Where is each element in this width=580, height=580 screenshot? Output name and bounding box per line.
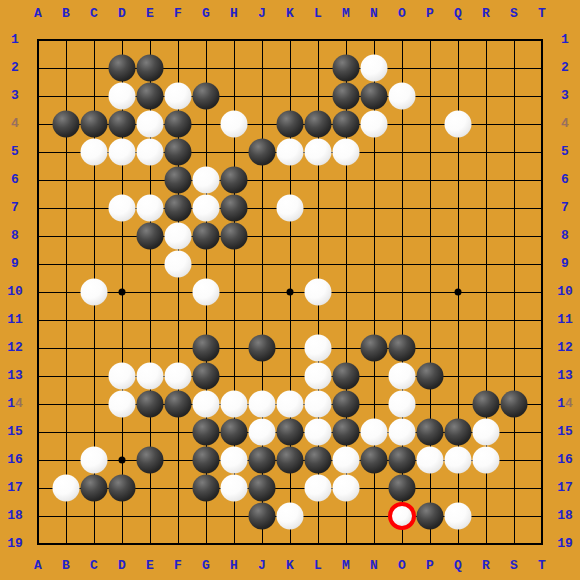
stone-black-N12: [361, 335, 388, 362]
row-label-right-11: 11: [550, 312, 580, 328]
stone-black-P13: [417, 363, 444, 390]
stone-white-M17: [333, 475, 360, 502]
row-label-right-18: 18: [550, 508, 580, 524]
stone-white-O14: [389, 391, 416, 418]
row-label-left-11: 11: [0, 312, 30, 328]
grid-vline: [514, 39, 515, 545]
stone-white-F13: [165, 363, 192, 390]
col-label-bottom-G: G: [191, 558, 221, 574]
stone-black-G13: [193, 363, 220, 390]
row-label-left-12: 12: [0, 340, 30, 356]
stone-black-K16: [277, 447, 304, 474]
stone-white-R16: [473, 447, 500, 474]
row-label-right-15: 15: [550, 424, 580, 440]
stone-white-L10: [305, 279, 332, 306]
stone-black-G17: [193, 475, 220, 502]
col-label-top-A: A: [23, 6, 53, 22]
row-label-right-8: 8: [550, 228, 580, 244]
stone-black-N16: [361, 447, 388, 474]
stone-black-C17: [81, 475, 108, 502]
col-label-bottom-S: S: [499, 558, 529, 574]
stone-white-Q18: [445, 503, 472, 530]
star-point-Q10: [455, 289, 462, 296]
stone-white-F3: [165, 83, 192, 110]
row-label-left-9: 9: [0, 256, 30, 272]
col-label-bottom-Q: Q: [443, 558, 473, 574]
row-label-left-3: 3: [0, 88, 30, 104]
stone-black-M4: [333, 111, 360, 138]
stone-black-F5: [165, 139, 192, 166]
stone-black-B4: [53, 111, 80, 138]
stone-black-P18: [417, 503, 444, 530]
stone-black-M14: [333, 391, 360, 418]
stone-white-L12: [305, 335, 332, 362]
stone-black-S14: [501, 391, 528, 418]
col-label-bottom-H: H: [219, 558, 249, 574]
stone-white-K18: [277, 503, 304, 530]
col-label-bottom-P: P: [415, 558, 445, 574]
col-label-top-S: S: [499, 6, 529, 22]
row-label-left-19: 19: [0, 536, 30, 552]
stone-black-R14: [473, 391, 500, 418]
stone-white-H17: [221, 475, 248, 502]
col-label-bottom-D: D: [107, 558, 137, 574]
row-label-left-16: 16: [0, 452, 30, 468]
stone-black-E16: [137, 447, 164, 474]
col-label-top-N: N: [359, 6, 389, 22]
row-label-right-10: 10: [550, 284, 580, 300]
row-label-right-12: 12: [550, 340, 580, 356]
row-label-left-10: 10: [0, 284, 30, 300]
col-label-top-H: H: [219, 6, 249, 22]
stone-black-J17: [249, 475, 276, 502]
stone-black-M2: [333, 55, 360, 82]
col-label-top-R: R: [471, 6, 501, 22]
stone-white-O18-last-move-marker: [388, 502, 416, 530]
stone-white-D3: [109, 83, 136, 110]
stone-white-L5: [305, 139, 332, 166]
stone-white-H4: [221, 111, 248, 138]
stone-black-O16: [389, 447, 416, 474]
col-label-bottom-O: O: [387, 558, 417, 574]
stone-white-Q16: [445, 447, 472, 474]
row-label-left-13: 13: [0, 368, 30, 384]
stone-white-L17: [305, 475, 332, 502]
col-label-bottom-C: C: [79, 558, 109, 574]
stone-black-E3: [137, 83, 164, 110]
stone-white-D5: [109, 139, 136, 166]
stone-white-G6: [193, 167, 220, 194]
stone-black-G15: [193, 419, 220, 446]
grid-hline: [37, 348, 543, 349]
col-label-bottom-B: B: [51, 558, 81, 574]
stone-white-K14: [277, 391, 304, 418]
stone-white-R15: [473, 419, 500, 446]
stone-white-G7: [193, 195, 220, 222]
stone-black-M15: [333, 419, 360, 446]
row-label-right-17: 17: [550, 480, 580, 496]
col-label-top-C: C: [79, 6, 109, 22]
stone-white-E13: [137, 363, 164, 390]
stone-black-H7: [221, 195, 248, 222]
stone-black-L4: [305, 111, 332, 138]
stone-white-D14: [109, 391, 136, 418]
stone-white-D13: [109, 363, 136, 390]
stone-white-K7: [277, 195, 304, 222]
col-label-top-F: F: [163, 6, 193, 22]
stone-black-F7: [165, 195, 192, 222]
grid-vline: [541, 39, 543, 545]
col-label-top-O: O: [387, 6, 417, 22]
stone-black-J5: [249, 139, 276, 166]
row-label-right-19: 19: [550, 536, 580, 552]
row-label-left-4: 4: [0, 116, 30, 132]
col-label-bottom-T: T: [527, 558, 557, 574]
stone-black-H6: [221, 167, 248, 194]
stone-white-N4: [361, 111, 388, 138]
stone-white-O3: [389, 83, 416, 110]
stone-white-L14: [305, 391, 332, 418]
stone-white-C10: [81, 279, 108, 306]
stone-black-E8: [137, 223, 164, 250]
stone-black-O17: [389, 475, 416, 502]
row-label-left-17: 17: [0, 480, 30, 496]
row-label-right-7: 7: [550, 200, 580, 216]
stone-black-N3: [361, 83, 388, 110]
stone-black-P15: [417, 419, 444, 446]
stone-white-N2: [361, 55, 388, 82]
row-label-right-5: 5: [550, 144, 580, 160]
stone-black-M3: [333, 83, 360, 110]
col-label-bottom-M: M: [331, 558, 361, 574]
row-label-left-14: 14: [0, 396, 30, 412]
stone-black-L16: [305, 447, 332, 474]
stone-white-K5: [277, 139, 304, 166]
stone-black-G3: [193, 83, 220, 110]
row-label-right-13: 13: [550, 368, 580, 384]
stone-black-F14: [165, 391, 192, 418]
row-label-right-14: 14: [550, 396, 580, 412]
stone-black-G8: [193, 223, 220, 250]
stone-white-D7: [109, 195, 136, 222]
col-label-top-Q: Q: [443, 6, 473, 22]
stone-black-G16: [193, 447, 220, 474]
star-point-D10: [119, 289, 126, 296]
stone-white-M16: [333, 447, 360, 474]
stone-black-C4: [81, 111, 108, 138]
goban[interactable]: AABBCCDDEEFFGGHHJJKKLLMMNNOOPPQQRRSSTT11…: [0, 0, 580, 580]
col-label-bottom-E: E: [135, 558, 165, 574]
stone-black-D17: [109, 475, 136, 502]
col-label-top-M: M: [331, 6, 361, 22]
stone-white-M5: [333, 139, 360, 166]
col-label-bottom-F: F: [163, 558, 193, 574]
col-label-top-J: J: [247, 6, 277, 22]
col-label-top-K: K: [275, 6, 305, 22]
col-label-top-T: T: [527, 6, 557, 22]
col-label-bottom-L: L: [303, 558, 333, 574]
row-label-left-2: 2: [0, 60, 30, 76]
stone-white-O15: [389, 419, 416, 446]
stone-black-O12: [389, 335, 416, 362]
stone-black-J12: [249, 335, 276, 362]
stone-black-F4: [165, 111, 192, 138]
stone-white-C5: [81, 139, 108, 166]
stone-white-J14: [249, 391, 276, 418]
col-label-top-P: P: [415, 6, 445, 22]
col-label-bottom-K: K: [275, 558, 305, 574]
stone-black-J16: [249, 447, 276, 474]
col-label-bottom-A: A: [23, 558, 53, 574]
stone-black-J18: [249, 503, 276, 530]
stone-black-F6: [165, 167, 192, 194]
stone-white-H14: [221, 391, 248, 418]
row-label-right-6: 6: [550, 172, 580, 188]
stone-black-H15: [221, 419, 248, 446]
grid-hline: [37, 543, 543, 545]
row-label-right-9: 9: [550, 256, 580, 272]
stone-black-D4: [109, 111, 136, 138]
row-label-right-3: 3: [550, 88, 580, 104]
stone-white-L13: [305, 363, 332, 390]
row-label-right-2: 2: [550, 60, 580, 76]
col-label-top-G: G: [191, 6, 221, 22]
stone-white-G14: [193, 391, 220, 418]
row-label-right-4: 4: [550, 116, 580, 132]
stone-white-E4: [137, 111, 164, 138]
col-label-bottom-J: J: [247, 558, 277, 574]
col-label-top-B: B: [51, 6, 81, 22]
stone-white-F8: [165, 223, 192, 250]
star-point-K10: [287, 289, 294, 296]
stone-black-D2: [109, 55, 136, 82]
stone-white-H16: [221, 447, 248, 474]
row-label-left-5: 5: [0, 144, 30, 160]
row-label-right-16: 16: [550, 452, 580, 468]
star-point-D16: [119, 457, 126, 464]
grid-hline: [37, 320, 543, 321]
stone-white-F9: [165, 251, 192, 278]
row-label-left-6: 6: [0, 172, 30, 188]
stone-white-P16: [417, 447, 444, 474]
row-label-right-1: 1: [550, 32, 580, 48]
stone-black-E2: [137, 55, 164, 82]
stone-black-H8: [221, 223, 248, 250]
stone-white-B17: [53, 475, 80, 502]
col-label-top-D: D: [107, 6, 137, 22]
row-label-left-1: 1: [0, 32, 30, 48]
stone-white-L15: [305, 419, 332, 446]
stone-black-M13: [333, 363, 360, 390]
stone-black-E14: [137, 391, 164, 418]
stone-white-J15: [249, 419, 276, 446]
row-label-left-18: 18: [0, 508, 30, 524]
stone-white-C16: [81, 447, 108, 474]
stone-white-N15: [361, 419, 388, 446]
stone-black-K4: [277, 111, 304, 138]
stone-black-K15: [277, 419, 304, 446]
stone-white-E5: [137, 139, 164, 166]
col-label-top-E: E: [135, 6, 165, 22]
stone-white-O13: [389, 363, 416, 390]
stone-black-G12: [193, 335, 220, 362]
row-label-left-15: 15: [0, 424, 30, 440]
stone-white-E7: [137, 195, 164, 222]
row-label-left-8: 8: [0, 228, 30, 244]
stone-white-Q4: [445, 111, 472, 138]
stone-white-G10: [193, 279, 220, 306]
col-label-bottom-N: N: [359, 558, 389, 574]
col-label-bottom-R: R: [471, 558, 501, 574]
stone-black-Q15: [445, 419, 472, 446]
col-label-top-L: L: [303, 6, 333, 22]
row-label-left-7: 7: [0, 200, 30, 216]
